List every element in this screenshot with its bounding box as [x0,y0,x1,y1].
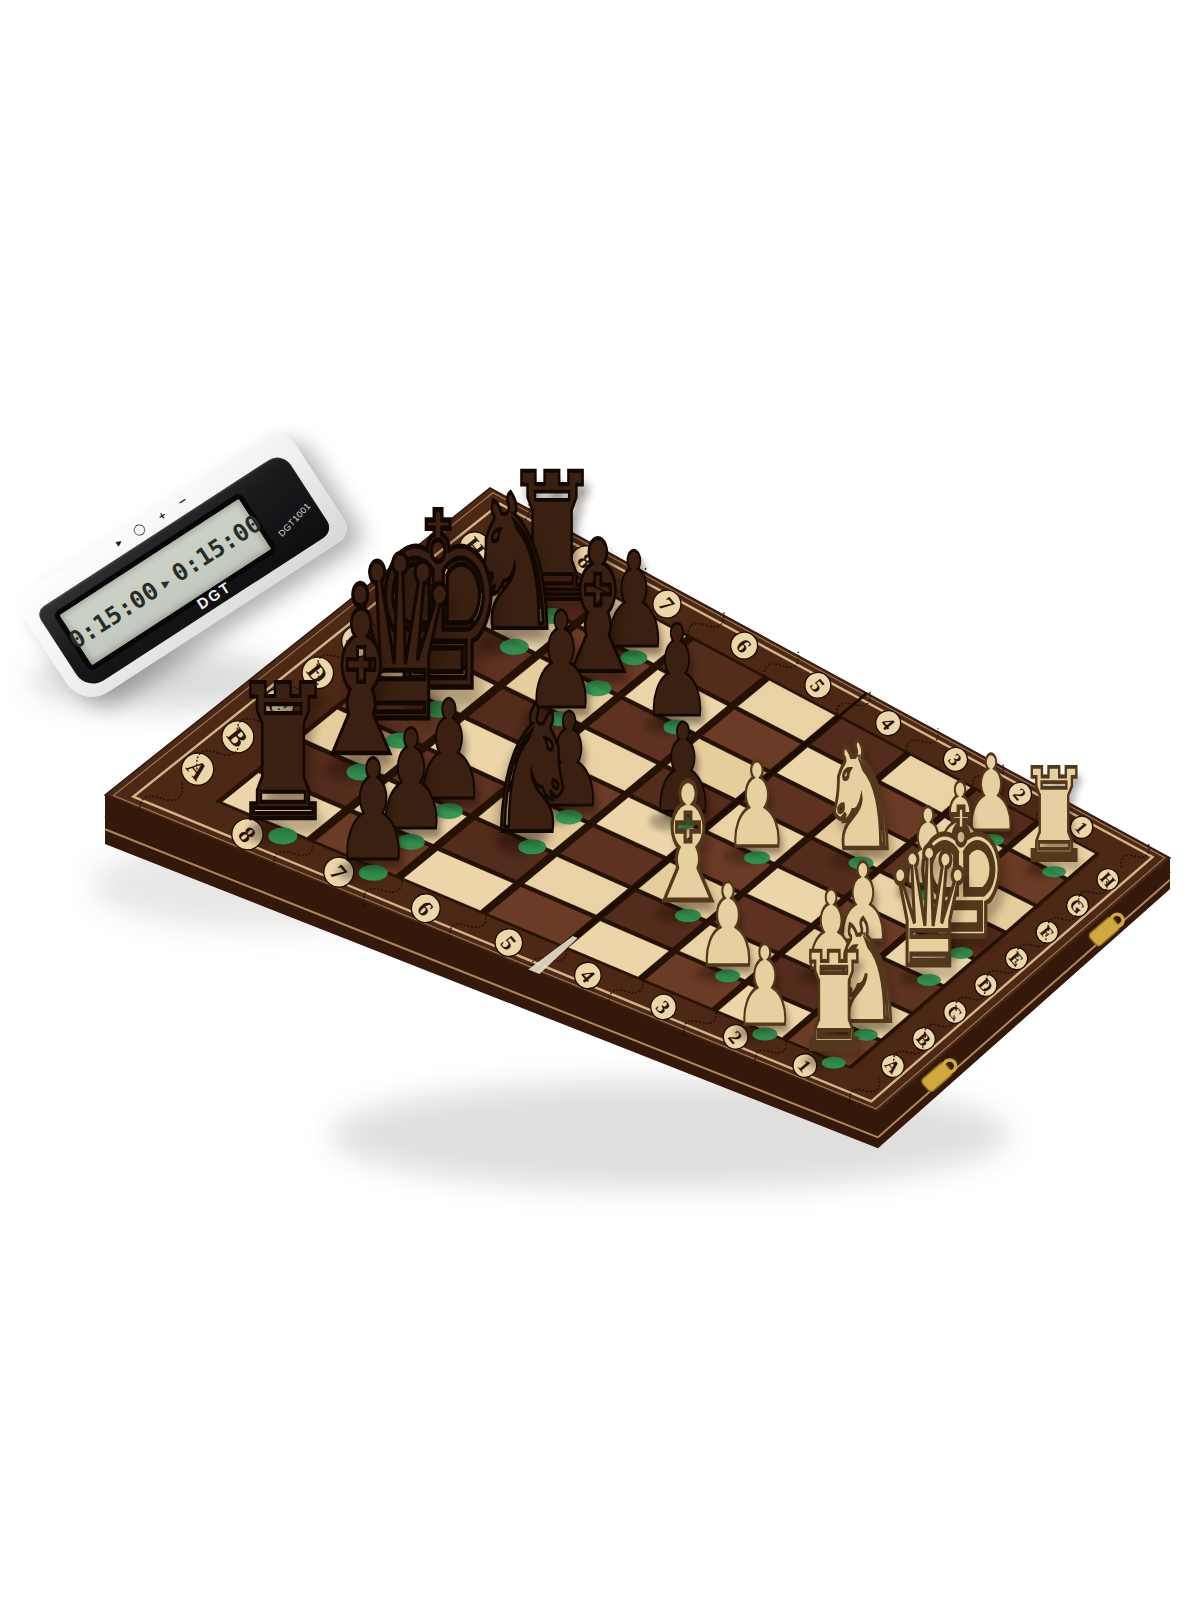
clock-button-play-icon[interactable]: ▸ [113,535,126,551]
clock-model-label: DGT1001 [277,500,313,538]
clock-turn-indicator-icon: ▶ [158,574,173,591]
product-photo-scene: AA88BB77CC66DD55EE44FF33GG22HH11 ♜♞♟♝♚♟♟… [0,0,1200,1600]
clock-right-time: 0:15:00 [167,509,267,588]
clock-left-time: 0:15:00 [64,576,164,655]
clock-button-minus-icon[interactable]: − [175,493,191,511]
chess-board: AA88BB77CC66DD55EE44FF33GG22HH11 [0,0,1200,1600]
clock-button-power-icon[interactable]: ◯ [130,521,148,540]
clock-button-plus-icon[interactable]: ＋ [153,506,170,525]
